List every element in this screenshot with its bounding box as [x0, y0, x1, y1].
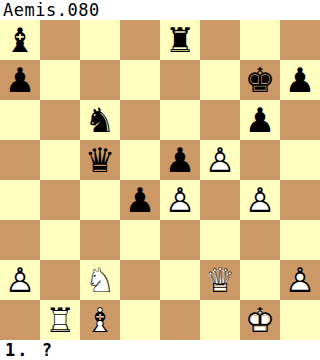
square-g7[interactable]: ♚ [240, 60, 280, 100]
square-f7[interactable] [200, 60, 240, 100]
white-pawn: ♙ [240, 180, 280, 220]
chess-board: ♝♜♟♚♟♞♟♛♟♟♙♟♟♙♟♙♟♙♞♘♛♕♟♙♜♖♝♗♚♔ [0, 20, 320, 340]
square-g8[interactable] [240, 20, 280, 60]
white-pawn-fill: ♟ [161, 181, 199, 219]
white-bishop-fill: ♝ [81, 301, 119, 339]
square-c5[interactable]: ♛ [80, 140, 120, 180]
square-f5[interactable]: ♟♙ [200, 140, 240, 180]
square-a3[interactable] [0, 220, 40, 260]
square-f1[interactable] [200, 300, 240, 340]
square-f4[interactable] [200, 180, 240, 220]
square-e8[interactable]: ♜ [160, 20, 200, 60]
square-d5[interactable] [120, 140, 160, 180]
square-e1[interactable] [160, 300, 200, 340]
square-d2[interactable] [120, 260, 160, 300]
square-c1[interactable]: ♝♗ [80, 300, 120, 340]
square-d7[interactable] [120, 60, 160, 100]
white-king: ♔ [240, 300, 280, 340]
square-c8[interactable] [80, 20, 120, 60]
square-c7[interactable] [80, 60, 120, 100]
square-b7[interactable] [40, 60, 80, 100]
square-c2[interactable]: ♞♘ [80, 260, 120, 300]
black-pawn: ♟ [240, 100, 280, 140]
square-b2[interactable] [40, 260, 80, 300]
black-knight: ♞ [80, 100, 120, 140]
black-rook: ♜ [160, 20, 200, 60]
black-pawn: ♟ [160, 140, 200, 180]
square-e3[interactable] [160, 220, 200, 260]
square-a2[interactable]: ♟♙ [0, 260, 40, 300]
square-g3[interactable] [240, 220, 280, 260]
square-e5[interactable]: ♟ [160, 140, 200, 180]
white-queen-fill: ♛ [201, 261, 239, 299]
square-h8[interactable] [280, 20, 320, 60]
black-pawn: ♟ [280, 60, 320, 100]
square-g1[interactable]: ♚♔ [240, 300, 280, 340]
square-h2[interactable]: ♟♙ [280, 260, 320, 300]
square-f2[interactable]: ♛♕ [200, 260, 240, 300]
black-pawn: ♟ [0, 60, 40, 100]
square-a8[interactable]: ♝ [0, 20, 40, 60]
square-g5[interactable] [240, 140, 280, 180]
square-g2[interactable] [240, 260, 280, 300]
square-d6[interactable] [120, 100, 160, 140]
square-a6[interactable] [0, 100, 40, 140]
white-pawn-fill: ♟ [201, 141, 239, 179]
square-c4[interactable] [80, 180, 120, 220]
black-queen: ♛ [80, 140, 120, 180]
square-f6[interactable] [200, 100, 240, 140]
white-pawn-fill: ♟ [1, 261, 39, 299]
square-b4[interactable] [40, 180, 80, 220]
square-f3[interactable] [200, 220, 240, 260]
white-pawn: ♙ [280, 260, 320, 300]
white-pawn: ♙ [0, 260, 40, 300]
white-queen: ♕ [200, 260, 240, 300]
white-knight: ♘ [80, 260, 120, 300]
square-d3[interactable] [120, 220, 160, 260]
square-h7[interactable]: ♟ [280, 60, 320, 100]
diagram-title: Aemis.080 [0, 0, 100, 20]
square-e6[interactable] [160, 100, 200, 140]
square-h1[interactable] [280, 300, 320, 340]
white-king-fill: ♚ [241, 301, 279, 339]
square-d8[interactable] [120, 20, 160, 60]
square-f8[interactable] [200, 20, 240, 60]
square-a1[interactable] [0, 300, 40, 340]
white-pawn-fill: ♟ [241, 181, 279, 219]
square-e7[interactable] [160, 60, 200, 100]
black-bishop: ♝ [0, 20, 40, 60]
square-c6[interactable]: ♞ [80, 100, 120, 140]
square-a4[interactable] [0, 180, 40, 220]
white-pawn: ♙ [160, 180, 200, 220]
white-pawn-fill: ♟ [281, 261, 319, 299]
square-b8[interactable] [40, 20, 80, 60]
white-pawn: ♙ [200, 140, 240, 180]
square-g4[interactable]: ♟♙ [240, 180, 280, 220]
square-c3[interactable] [80, 220, 120, 260]
square-b3[interactable] [40, 220, 80, 260]
white-bishop: ♗ [80, 300, 120, 340]
square-a7[interactable]: ♟ [0, 60, 40, 100]
square-a5[interactable] [0, 140, 40, 180]
move-prompt: 1. ? [0, 340, 54, 360]
square-b1[interactable]: ♜♖ [40, 300, 80, 340]
black-king: ♚ [240, 60, 280, 100]
square-g6[interactable]: ♟ [240, 100, 280, 140]
black-pawn: ♟ [120, 180, 160, 220]
square-e2[interactable] [160, 260, 200, 300]
square-d1[interactable] [120, 300, 160, 340]
square-h4[interactable] [280, 180, 320, 220]
square-h5[interactable] [280, 140, 320, 180]
white-rook: ♖ [40, 300, 80, 340]
white-knight-fill: ♞ [81, 261, 119, 299]
title-bar: Aemis.080 [0, 0, 320, 20]
white-rook-fill: ♜ [41, 301, 79, 339]
square-d4[interactable]: ♟ [120, 180, 160, 220]
square-h6[interactable] [280, 100, 320, 140]
square-h3[interactable] [280, 220, 320, 260]
square-e4[interactable]: ♟♙ [160, 180, 200, 220]
move-prompt-bar: 1. ? [0, 340, 320, 360]
square-b6[interactable] [40, 100, 80, 140]
square-b5[interactable] [40, 140, 80, 180]
